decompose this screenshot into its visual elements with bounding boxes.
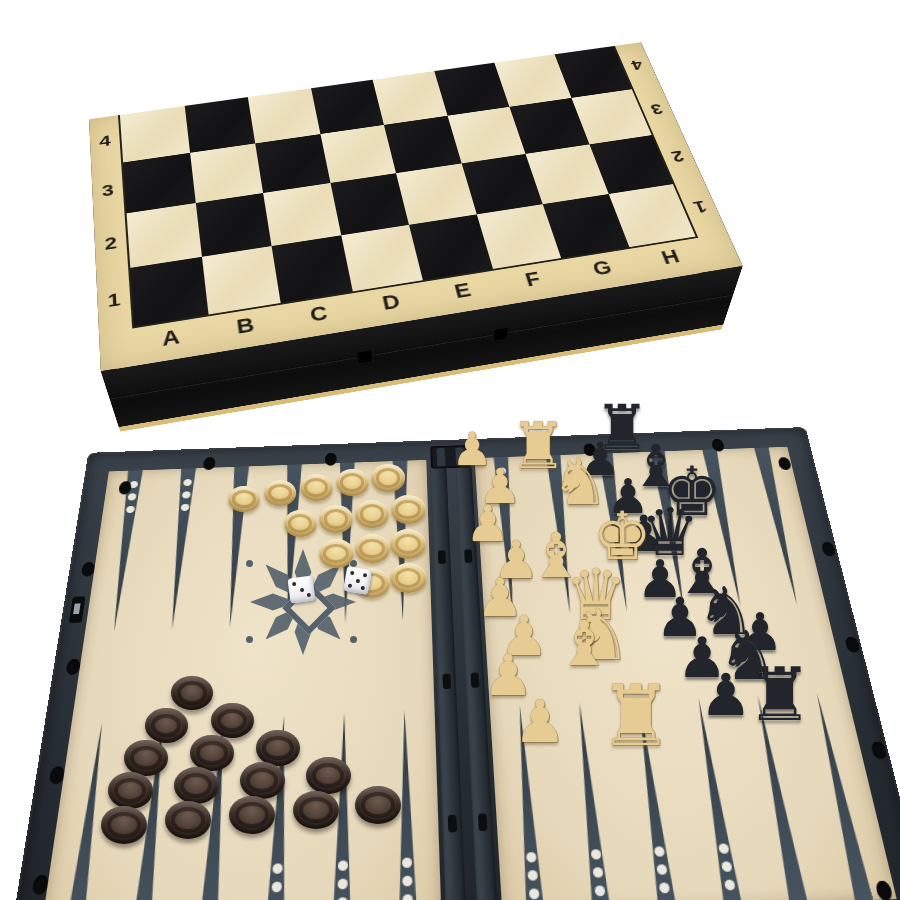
backgammon-point [256,714,302,900]
backgammon-point [155,468,204,630]
open-box [55,392,865,900]
backgammon-point [562,702,621,900]
point-dot [656,864,667,875]
screw-hole [821,542,837,556]
product-photo: 4321 ABCDEFGH 4321 [0,0,900,900]
rail-slot [478,813,488,831]
backgammon-point [121,719,180,900]
point-dot [183,479,192,486]
backgammon-point [54,722,120,900]
point-dot [592,867,603,878]
clasp-notch [492,326,510,341]
point-dot [402,858,412,869]
backgammon-point [502,705,554,900]
backgammon-point [741,695,818,900]
screw-hole [870,742,888,760]
backgammon-point [622,700,687,900]
square [201,246,280,315]
latch-slot [69,596,86,623]
rank-label: 3 [91,163,124,219]
backgammon-point [387,709,427,900]
point-dot [590,849,601,860]
closed-box: 4321 ABCDEFGH 4321 [98,34,702,344]
point-dot [721,861,733,872]
square [272,235,353,303]
point-dot [337,879,347,890]
point-dot [724,880,736,891]
rail-slot [438,550,446,564]
rank-label: 4 [89,115,121,167]
screw-hole [844,637,861,653]
rail-slot [442,674,451,689]
backgammon-point [486,457,530,617]
point-dot [718,843,729,853]
backgammon-point [213,466,257,628]
closed-box-body: 4321 ABCDEFGH 4321 [89,42,743,371]
rail-slot [471,672,480,687]
backgammon-left-half [40,460,442,900]
point-dot [337,860,347,871]
point-dot [402,876,412,887]
point-dot [181,491,190,498]
point-dot [271,882,282,893]
rail-slot [448,815,457,833]
backgammon-point [681,697,752,900]
rail-slot [464,549,472,563]
square [130,257,208,327]
rank-label: 1 [96,268,132,332]
point-dot [498,468,507,475]
backgammon-point [590,453,643,613]
point-dot [659,882,670,893]
point-dot [594,885,605,896]
point-dot [527,870,538,881]
point-dot [126,506,135,513]
point-dot [499,492,508,499]
backgammon-point [271,464,310,626]
backgammon-point [746,447,813,605]
point-dot [127,493,136,500]
backgammon-point [329,462,363,623]
backgammon-point [694,449,756,608]
point-dot [403,894,413,900]
backgammon-point [800,692,883,900]
rank-label: 2 [94,214,128,273]
hinge-top-icon [430,445,470,469]
open-box-tray [5,427,900,900]
point-dot [529,888,540,899]
backgammon-right-half [475,447,897,900]
point-dot [180,504,189,511]
point-dot [654,846,665,857]
backgammon-point [538,455,587,615]
point-dot [526,852,537,863]
backgammon-point [322,712,361,900]
backgammon-point [188,717,240,900]
backgammon-point [385,460,420,621]
point-dot [498,480,507,487]
point-dot [272,863,282,874]
backgammon-point [642,451,700,610]
clasp-notch [356,349,373,364]
